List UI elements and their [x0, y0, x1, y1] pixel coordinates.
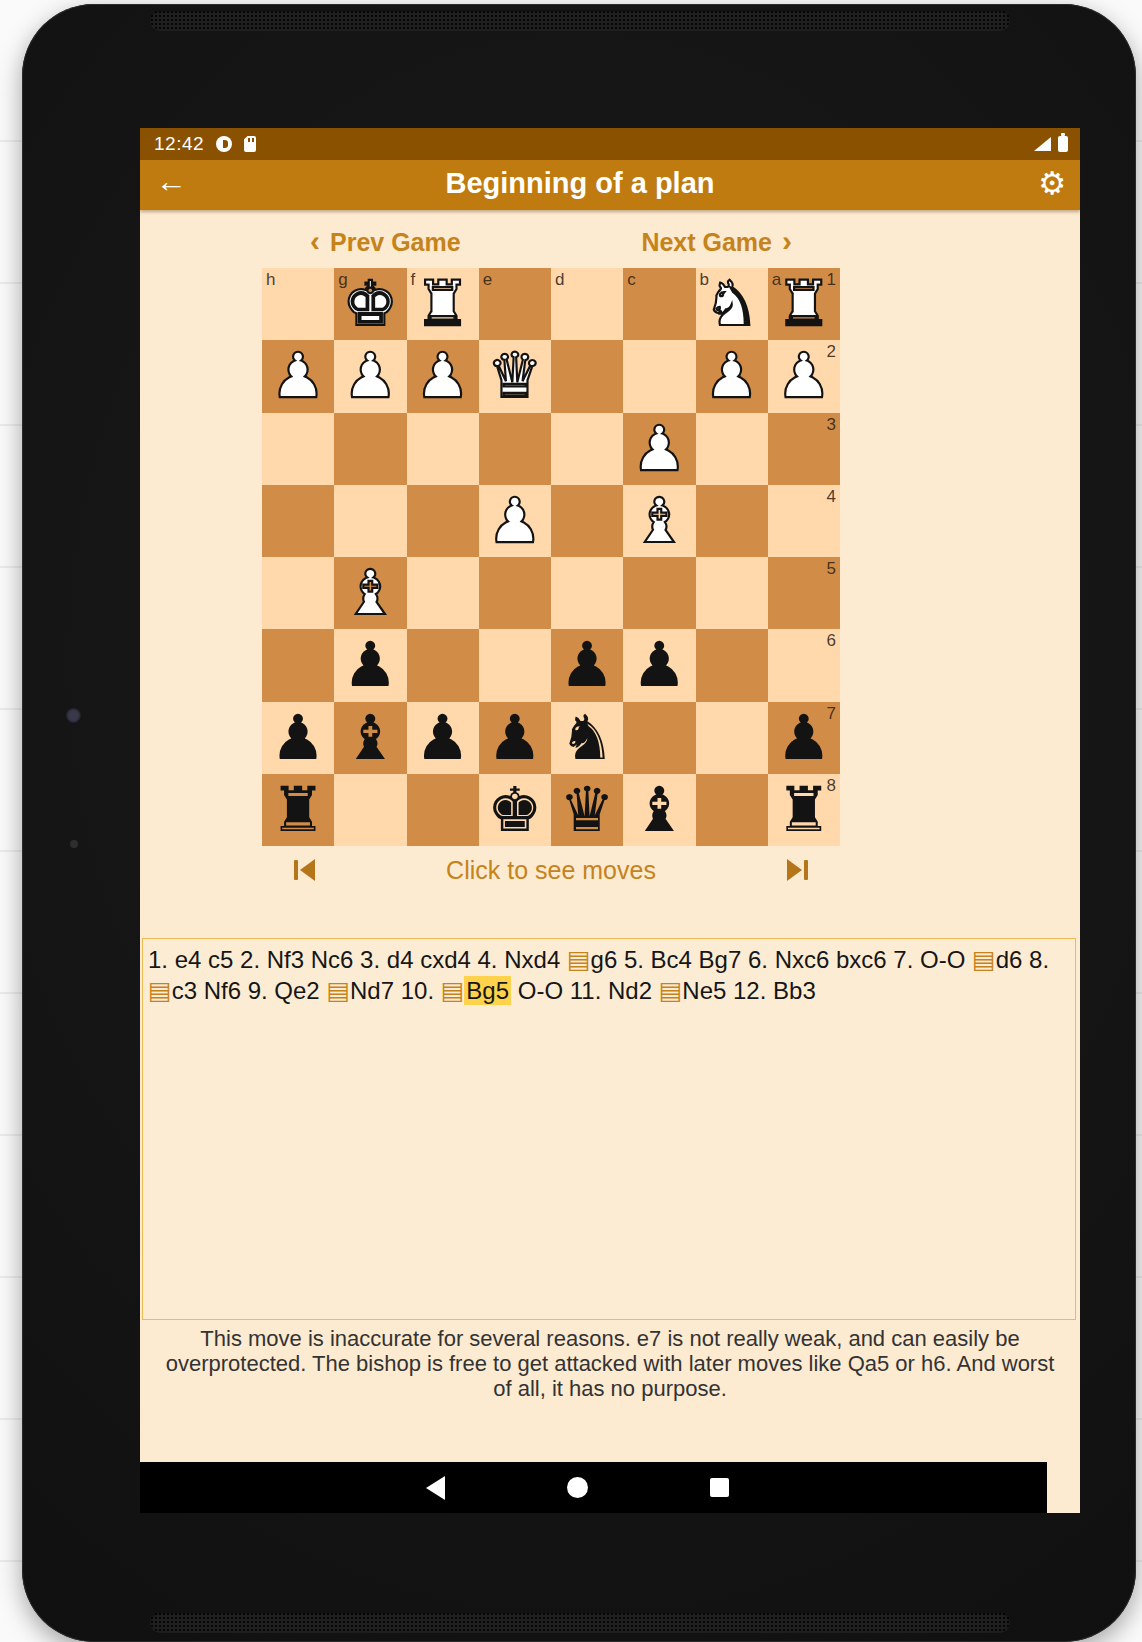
piece-black-rook: ♜	[776, 779, 832, 841]
square-a6[interactable]: 6	[768, 629, 840, 701]
square-c2[interactable]	[623, 340, 695, 412]
rank-label: 3	[827, 416, 836, 433]
square-f5[interactable]	[407, 557, 479, 629]
piece-white-pawn: ♟	[343, 345, 399, 407]
piece-black-queen: ♛	[559, 779, 615, 841]
square-h7[interactable]: ♟	[262, 702, 334, 774]
square-b6[interactable]	[696, 629, 768, 701]
square-h3[interactable]	[262, 413, 334, 485]
rank-label: 1	[827, 271, 836, 288]
move-text[interactable]: d6 8.	[996, 946, 1056, 973]
settings-gear-icon[interactable]: ⚙	[1038, 165, 1066, 202]
square-a3[interactable]: 3	[768, 413, 840, 485]
file-label: f	[411, 271, 416, 288]
light-sensor-dot	[70, 840, 78, 848]
square-h8[interactable]: ♜	[262, 774, 334, 846]
square-c3[interactable]: ♟	[623, 413, 695, 485]
move-text[interactable]: Nd7 10.	[350, 977, 441, 1004]
piece-black-pawn: ♟	[343, 634, 399, 696]
prev-game-button[interactable]: ‹ Prev Game	[310, 226, 461, 259]
chess-board[interactable]: hg♚f♜edcb♞a1♜♟♟♟♛♟2♟♟3♟♝4♝5♟♟♟6♟♝♟♟♞7♟♜♚…	[262, 268, 840, 846]
annotation-icon[interactable]: ▤	[148, 976, 172, 1004]
status-right-icons	[1034, 128, 1068, 160]
file-label: d	[555, 271, 564, 288]
square-b1[interactable]: b♞	[696, 268, 768, 340]
piece-white-pawn: ♟	[415, 345, 471, 407]
piece-black-pawn: ♟	[415, 707, 471, 769]
square-e6[interactable]	[479, 629, 551, 701]
prev-game-label: Prev Game	[330, 228, 461, 257]
move-text[interactable]: c3 Nf6 9. Qe2	[172, 977, 327, 1004]
next-game-label: Next Game	[641, 228, 772, 257]
move-commentary: This move is inaccurate for several reas…	[154, 1326, 1066, 1401]
square-f7[interactable]: ♟	[407, 702, 479, 774]
piece-black-pawn: ♟	[559, 634, 615, 696]
square-e3[interactable]	[479, 413, 551, 485]
square-a4[interactable]: 4	[768, 485, 840, 557]
piece-black-knight: ♞	[559, 707, 615, 769]
square-d7[interactable]: ♞	[551, 702, 623, 774]
android-home-icon[interactable]	[567, 1477, 588, 1498]
piece-white-bishop: ♝	[343, 562, 399, 624]
clock: 12:42	[154, 133, 204, 155]
app-bar: ← Beginning of a plan ⚙	[140, 160, 1080, 210]
annotation-icon[interactable]: ▤	[441, 976, 465, 1004]
square-f2[interactable]: ♟	[407, 340, 479, 412]
front-camera	[66, 708, 81, 723]
chevron-right-icon: ›	[782, 226, 792, 259]
square-c1[interactable]: c	[623, 268, 695, 340]
square-d2[interactable]	[551, 340, 623, 412]
piece-white-knight: ♞	[704, 273, 760, 335]
square-b8[interactable]	[696, 774, 768, 846]
skip-to-end-button[interactable]	[787, 859, 808, 881]
piece-black-bishop: ♝	[343, 707, 399, 769]
file-label: c	[627, 271, 636, 288]
square-g4[interactable]	[334, 485, 406, 557]
piece-white-bishop: ♝	[632, 490, 688, 552]
piece-white-pawn: ♟	[704, 345, 760, 407]
piece-white-pawn: ♟	[776, 345, 832, 407]
square-h5[interactable]	[262, 557, 334, 629]
piece-white-pawn: ♟	[632, 418, 688, 480]
square-c7[interactable]	[623, 702, 695, 774]
square-c6[interactable]: ♟	[623, 629, 695, 701]
square-d5[interactable]	[551, 557, 623, 629]
square-d1[interactable]: d	[551, 268, 623, 340]
piece-black-king: ♚	[487, 779, 543, 841]
square-a1[interactable]: a1♜	[768, 268, 840, 340]
rank-label: 2	[827, 343, 836, 360]
piece-white-king: ♚	[343, 273, 399, 335]
move-text[interactable]: g6 5. Bc4 Bg7 6. Nxc6 bxc6 7. O-O	[591, 946, 973, 973]
file-label: h	[266, 271, 275, 288]
click-to-see-moves-hint: Click to see moves	[262, 856, 840, 885]
square-h2[interactable]: ♟	[262, 340, 334, 412]
rank-label: 7	[827, 705, 836, 722]
game-navigation: ‹ Prev Game Next Game ›	[262, 224, 840, 260]
skip-end-bar	[804, 860, 808, 880]
square-e1[interactable]: e	[479, 268, 551, 340]
current-move[interactable]: Bg5	[464, 976, 511, 1005]
rank-label: 8	[827, 777, 836, 794]
square-d6[interactable]: ♟	[551, 629, 623, 701]
battery-icon	[1058, 136, 1068, 152]
square-h1[interactable]: h	[262, 268, 334, 340]
square-b2[interactable]: ♟	[696, 340, 768, 412]
app-screen: 12:42 ← Beginning of a plan ⚙ ‹ Prev Gam…	[140, 128, 1080, 1513]
piece-white-rook: ♜	[415, 273, 471, 335]
square-g1[interactable]: g♚	[334, 268, 406, 340]
rank-label: 6	[827, 632, 836, 649]
move-text[interactable]: Ne5 12. Bb3	[682, 977, 815, 1004]
file-label: a	[772, 271, 781, 288]
square-e8[interactable]: ♚	[479, 774, 551, 846]
square-g6[interactable]: ♟	[334, 629, 406, 701]
piece-white-queen: ♛	[487, 345, 543, 407]
square-f1[interactable]: f♜	[407, 268, 479, 340]
piece-black-pawn: ♟	[487, 707, 543, 769]
android-back-icon[interactable]	[426, 1476, 445, 1500]
square-e4[interactable]: ♟	[479, 485, 551, 557]
status-bar: 12:42	[140, 128, 1080, 160]
square-g2[interactable]: ♟	[334, 340, 406, 412]
file-label: e	[483, 271, 492, 288]
square-g8[interactable]	[334, 774, 406, 846]
square-h4[interactable]	[262, 485, 334, 557]
square-c4[interactable]: ♝	[623, 485, 695, 557]
chevron-left-icon: ‹	[310, 226, 320, 259]
square-a7[interactable]: 7♟	[768, 702, 840, 774]
square-d3[interactable]	[551, 413, 623, 485]
annotation-icon[interactable]: ▤	[659, 976, 683, 1004]
square-c5[interactable]	[623, 557, 695, 629]
page-background: { "game": "chess", "position": { "fen": …	[0, 0, 1142, 1642]
piece-black-pawn: ♟	[632, 634, 688, 696]
android-navigation-bar	[140, 1462, 1047, 1513]
square-h6[interactable]	[262, 629, 334, 701]
speaker-grille-top	[150, 10, 1010, 30]
piece-black-bishop: ♝	[632, 779, 688, 841]
signal-icon	[1034, 137, 1051, 151]
square-a8[interactable]: 8♜	[768, 774, 840, 846]
skip-start-bar	[294, 860, 298, 880]
piece-white-pawn: ♟	[487, 490, 543, 552]
rank-label: 5	[827, 560, 836, 577]
next-game-button[interactable]: Next Game ›	[641, 226, 792, 259]
square-b4[interactable]	[696, 485, 768, 557]
square-b3[interactable]	[696, 413, 768, 485]
sd-card-icon	[244, 136, 256, 152]
piece-white-pawn: ♟	[270, 345, 326, 407]
square-e2[interactable]: ♛	[479, 340, 551, 412]
square-c8[interactable]: ♝	[623, 774, 695, 846]
square-d8[interactable]: ♛	[551, 774, 623, 846]
piece-black-rook: ♜	[270, 779, 326, 841]
rank-label: 4	[827, 488, 836, 505]
android-recents-icon[interactable]	[710, 1478, 729, 1497]
square-a5[interactable]: 5	[768, 557, 840, 629]
piece-white-rook: ♜	[776, 273, 832, 335]
file-label: b	[700, 271, 709, 288]
square-g7[interactable]: ♝	[334, 702, 406, 774]
square-e7[interactable]: ♟	[479, 702, 551, 774]
square-f8[interactable]	[407, 774, 479, 846]
move-text[interactable]: 1. e4 c5 2. Nf3 Nc6 3. d4 cxd4 4. Nxd4	[148, 946, 567, 973]
skip-end-triangle-icon	[787, 859, 802, 881]
skip-to-start-button[interactable]	[294, 859, 315, 881]
piece-black-pawn: ♟	[776, 707, 832, 769]
square-g3[interactable]	[334, 413, 406, 485]
square-f4[interactable]	[407, 485, 479, 557]
annotation-icon[interactable]: ▤	[326, 976, 350, 1004]
square-b5[interactable]	[696, 557, 768, 629]
square-d4[interactable]	[551, 485, 623, 557]
square-b7[interactable]	[696, 702, 768, 774]
board-controls: Click to see moves	[262, 852, 840, 888]
skip-start-triangle-icon	[300, 859, 315, 881]
square-g5[interactable]: ♝	[334, 557, 406, 629]
annotation-icon[interactable]: ▤	[972, 945, 996, 973]
square-f3[interactable]	[407, 413, 479, 485]
move-list[interactable]: 1. e4 c5 2. Nf3 Nc6 3. d4 cxd4 4. Nxd4 ▤…	[142, 938, 1076, 1320]
annotation-icon[interactable]: ▤	[567, 945, 591, 973]
file-label: g	[338, 271, 347, 288]
piece-black-pawn: ♟	[270, 707, 326, 769]
square-e5[interactable]	[479, 557, 551, 629]
square-f6[interactable]	[407, 629, 479, 701]
square-a2[interactable]: 2♟	[768, 340, 840, 412]
page-title: Beginning of a plan	[140, 167, 1020, 200]
data-saver-icon	[216, 136, 232, 152]
speaker-grille-bottom	[150, 1612, 1010, 1632]
move-text[interactable]: O-O 11. Nd2	[511, 977, 659, 1004]
